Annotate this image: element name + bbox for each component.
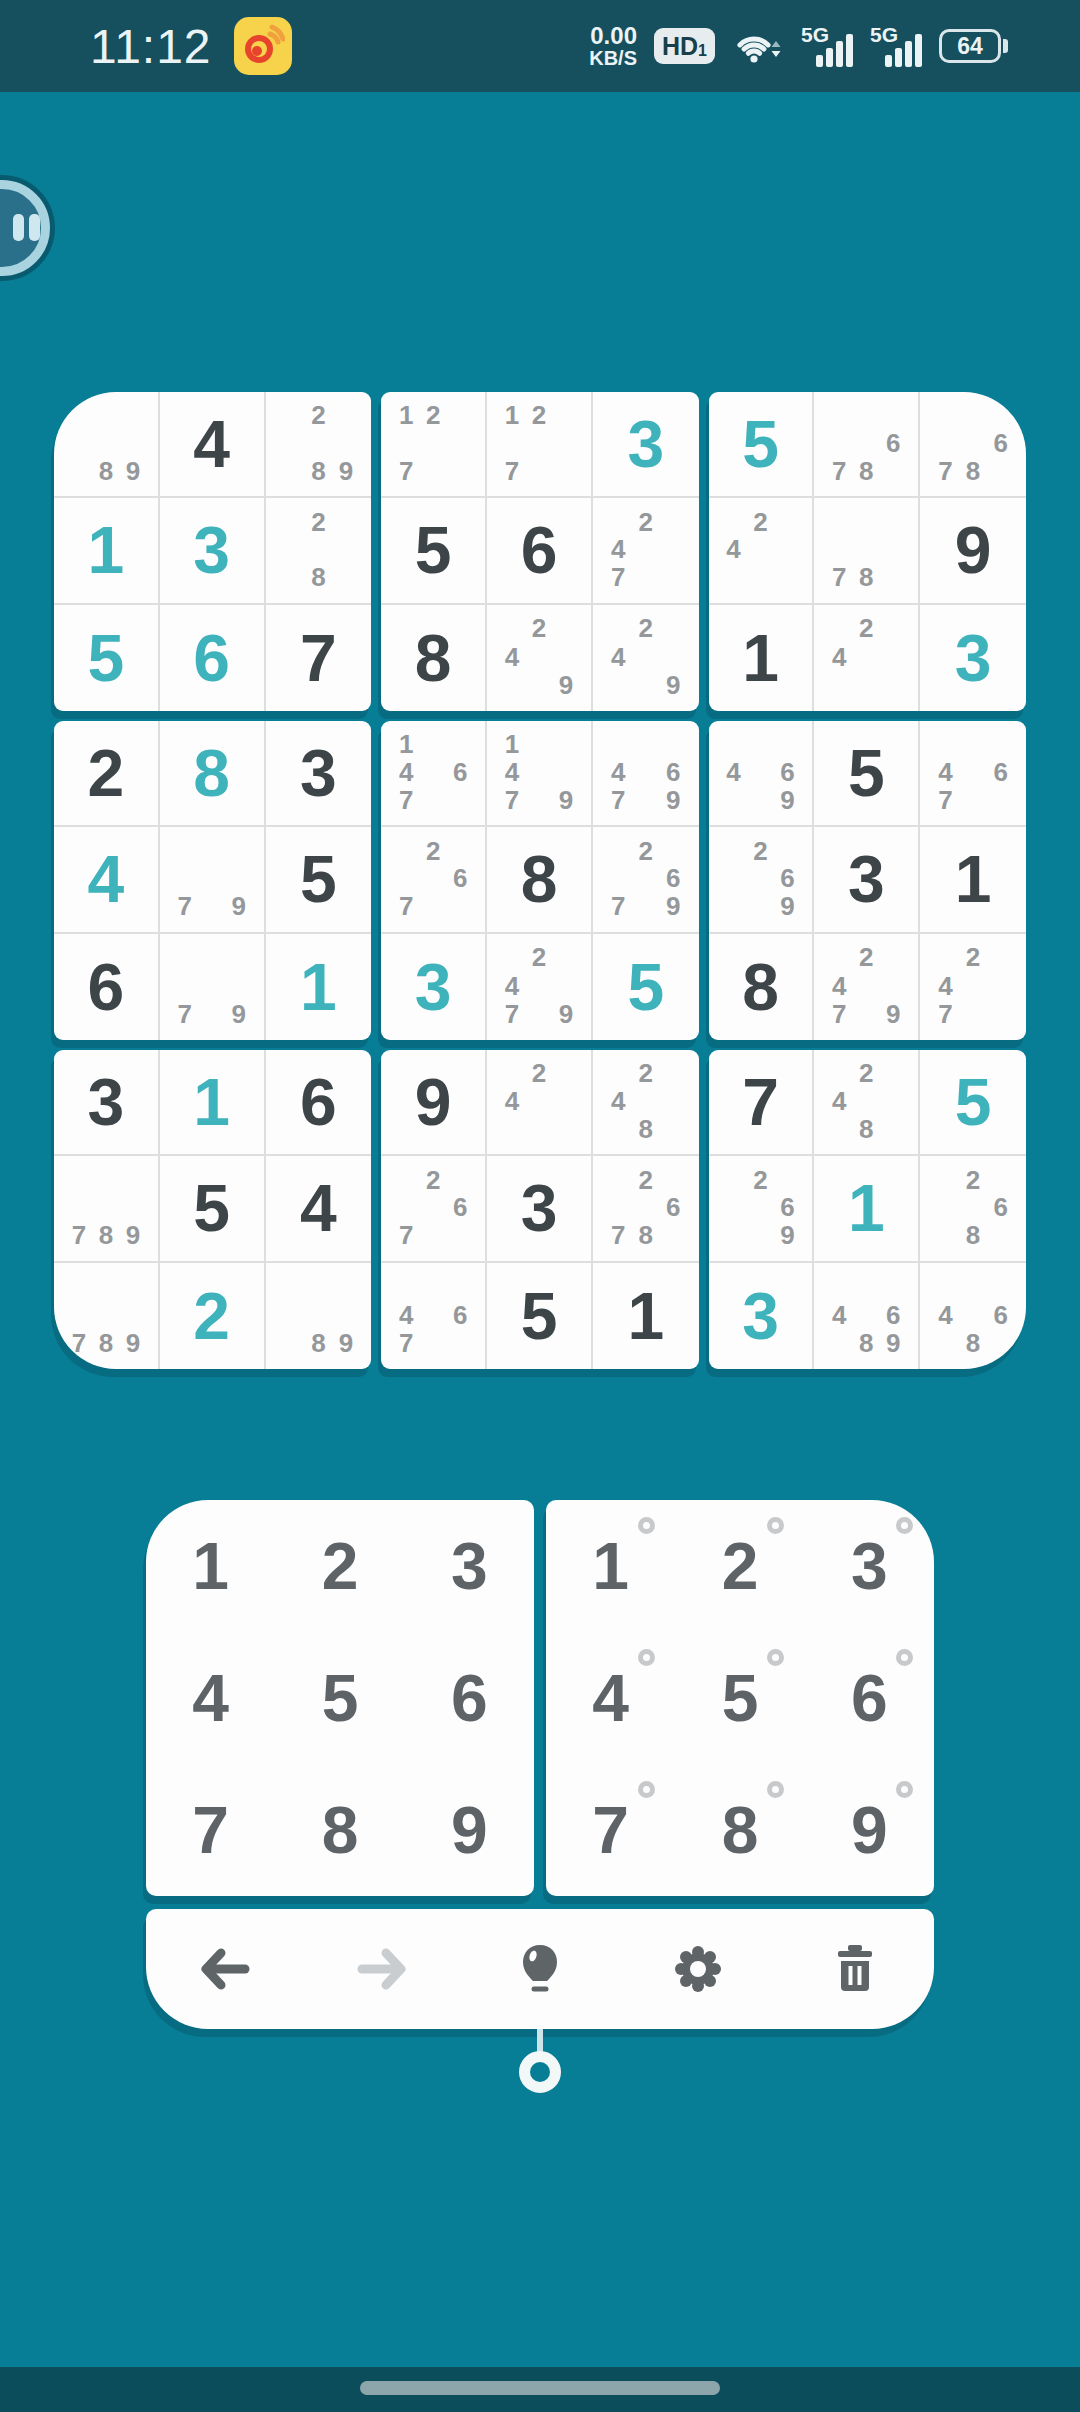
key-normal-4[interactable]: 4 <box>146 1632 275 1764</box>
pencil-mark-1: 1 <box>499 730 526 758</box>
cell-r5c0[interactable]: 6 <box>54 934 160 1040</box>
cell-r3c2[interactable]: 3 <box>266 721 372 827</box>
box-5: 46954672693182479247 <box>709 721 1026 1040</box>
pencil-mark-6: 6 <box>774 865 801 893</box>
pencil-mark-9: 9 <box>332 457 360 485</box>
pencil-marks: 267 <box>393 1166 474 1249</box>
given-digit: 7 <box>300 625 337 691</box>
user-digit: 6 <box>193 625 230 691</box>
cell-r4c2[interactable]: 5 <box>266 827 372 933</box>
hd-voice-badge: HD1 <box>654 28 715 64</box>
pencil-marks: 2679 <box>605 837 688 920</box>
box-1: 1271273562478249249 <box>381 392 698 711</box>
cell-r2c6[interactable]: 1 <box>709 605 815 711</box>
pencil-mark-9: 9 <box>119 457 146 485</box>
cell-r3c3[interactable]: 1467 <box>381 721 487 827</box>
pencil-mark-4: 4 <box>499 972 526 1000</box>
pencil-mark-7: 7 <box>499 786 526 814</box>
drag-ring-icon <box>519 2051 561 2093</box>
given-digit: 3 <box>848 846 885 912</box>
pencil-mark-4: 4 <box>826 643 853 671</box>
given-digit: 3 <box>88 1069 125 1135</box>
cell-r5c3[interactable]: 3 <box>381 934 487 1040</box>
key-normal-1[interactable]: 1 <box>146 1500 275 1632</box>
pencil-mark-4: 4 <box>499 1087 526 1115</box>
redo-button[interactable] <box>347 1934 417 2004</box>
pencil-mark-2: 2 <box>420 401 447 429</box>
pencil-marks: 79 <box>171 837 252 920</box>
pencil-marks: 2479 <box>499 943 580 1028</box>
given-digit: 8 <box>742 954 779 1020</box>
pencil-mark-8: 8 <box>92 1221 119 1249</box>
pencil-mark-9: 9 <box>660 892 688 920</box>
pencil-mark-2: 2 <box>747 1166 774 1194</box>
key-normal-2[interactable]: 2 <box>275 1500 404 1632</box>
pencil-mark-4: 4 <box>605 643 633 671</box>
pencil-mark-4: 4 <box>826 972 853 1000</box>
pencil-mark-1: 1 <box>499 401 526 429</box>
cell-r0c0[interactable]: 89 <box>54 392 160 498</box>
cell-r7c2[interactable]: 4 <box>266 1156 372 1262</box>
cell-r5c6[interactable]: 8 <box>709 934 815 1040</box>
pencil-mark-7: 7 <box>826 563 853 591</box>
cell-r2c2[interactable]: 7 <box>266 605 372 711</box>
cell-r7c5[interactable]: 2678 <box>593 1156 699 1262</box>
pencil-mark-7: 7 <box>393 786 420 814</box>
cell-r2c1[interactable]: 6 <box>160 605 266 711</box>
key-note-9[interactable]: 9 <box>805 1764 934 1896</box>
user-digit: 1 <box>88 517 125 583</box>
key-normal-6[interactable]: 6 <box>405 1632 534 1764</box>
cell-r0c7[interactable]: 678 <box>814 392 920 498</box>
pencil-mark-7: 7 <box>65 1329 92 1357</box>
pencil-mark-2: 2 <box>959 1166 987 1194</box>
given-digit: 1 <box>955 846 992 912</box>
cell-r5c1[interactable]: 79 <box>160 934 266 1040</box>
user-digit: 1 <box>193 1069 230 1135</box>
navigation-bar <box>0 2367 1080 2412</box>
pencil-mark-4: 4 <box>499 643 526 671</box>
given-digit: 7 <box>742 1069 779 1135</box>
undo-button[interactable] <box>190 1934 260 2004</box>
pencil-mark-2: 2 <box>525 614 552 642</box>
note-ring-icon <box>767 1649 784 1666</box>
pencil-mark-4: 4 <box>720 758 747 786</box>
pencil-marks: 468 <box>932 1272 1015 1357</box>
pencil-mark-2: 2 <box>853 614 880 642</box>
user-digit: 4 <box>88 846 125 912</box>
pencil-marks: 1467 <box>393 730 474 813</box>
pencil-marks: 467 <box>393 1272 474 1357</box>
pencil-mark-6: 6 <box>660 758 688 786</box>
user-digit: 3 <box>193 517 230 583</box>
cell-r4c1[interactable]: 79 <box>160 827 266 933</box>
given-digit: 5 <box>193 1175 230 1241</box>
key-normal-9[interactable]: 9 <box>405 1764 534 1896</box>
cell-r5c8[interactable]: 247 <box>920 934 1026 1040</box>
cell-r4c3[interactable]: 267 <box>381 827 487 933</box>
panel-drag-handle[interactable] <box>0 2029 1080 2099</box>
given-digit: 6 <box>88 954 125 1020</box>
user-digit: 1 <box>300 954 337 1020</box>
given-digit: 2 <box>88 740 125 806</box>
pencil-mark-2: 2 <box>420 1166 447 1194</box>
pencil-marks: 678 <box>932 401 1015 484</box>
pencil-mark-6: 6 <box>987 758 1015 786</box>
cell-r8c1[interactable]: 2 <box>160 1263 266 1369</box>
pencil-marks: 127 <box>393 401 474 484</box>
pencil-mark-6: 6 <box>987 429 1015 457</box>
cell-r8c7[interactable]: 4689 <box>814 1263 920 1369</box>
cell-r0c4[interactable]: 127 <box>487 392 593 498</box>
cell-r3c0[interactable]: 2 <box>54 721 160 827</box>
pencil-mark-2: 2 <box>525 943 552 971</box>
pencil-marks: 248 <box>826 1059 907 1142</box>
user-digit: 5 <box>955 1069 992 1135</box>
cell-r4c7[interactable]: 3 <box>814 827 920 933</box>
pencil-mark-6: 6 <box>880 429 907 457</box>
cell-r0c1[interactable]: 4 <box>160 392 266 498</box>
pencil-mark-7: 7 <box>605 1221 633 1249</box>
cell-r1c7[interactable]: 78 <box>814 498 920 604</box>
given-digit: 8 <box>415 625 452 691</box>
pencil-mark-8: 8 <box>632 1115 660 1143</box>
key-normal-8[interactable]: 8 <box>275 1764 404 1896</box>
pencil-mark-6: 6 <box>447 758 474 786</box>
pencil-mark-9: 9 <box>119 1329 146 1357</box>
cell-r8c6[interactable]: 3 <box>709 1263 815 1369</box>
pencil-mark-9: 9 <box>332 1329 360 1357</box>
pencil-mark-6: 6 <box>447 865 474 893</box>
pencil-mark-8: 8 <box>853 1115 880 1143</box>
pencil-mark-1: 1 <box>393 401 420 429</box>
cell-r8c8[interactable]: 468 <box>920 1263 1026 1369</box>
note-ring-icon <box>638 1517 655 1534</box>
given-digit: 5 <box>521 1283 558 1349</box>
cell-r0c3[interactable]: 127 <box>381 392 487 498</box>
pencil-mark-7: 7 <box>393 892 420 920</box>
pencil-mark-2: 2 <box>525 401 552 429</box>
given-digit: 1 <box>742 625 779 691</box>
cell-r0c5[interactable]: 3 <box>593 392 699 498</box>
pencil-marks: 78 <box>826 508 907 591</box>
pencil-mark-6: 6 <box>774 1194 801 1222</box>
cell-r6c0[interactable]: 3 <box>54 1050 160 1156</box>
cell-r3c5[interactable]: 4679 <box>593 721 699 827</box>
cell-r8c4[interactable]: 5 <box>487 1263 593 1369</box>
floating-pause-button[interactable] <box>0 180 50 276</box>
pencil-marks: 678 <box>826 401 907 484</box>
user-digit: 8 <box>193 740 230 806</box>
sim1-signal-icon: 5G <box>801 23 853 69</box>
box-4: 14671479467926782679324795 <box>381 721 698 1040</box>
given-digit: 1 <box>627 1283 664 1349</box>
cell-r1c4[interactable]: 6 <box>487 498 593 604</box>
pencil-mark-9: 9 <box>552 1000 579 1028</box>
cell-r5c7[interactable]: 2479 <box>814 934 920 1040</box>
note-ring-icon <box>896 1649 913 1666</box>
pencil-mark-2: 2 <box>632 614 660 642</box>
pencil-mark-2: 2 <box>305 508 333 536</box>
cell-r5c4[interactable]: 2479 <box>487 934 593 1040</box>
pencil-mark-4: 4 <box>393 1301 420 1329</box>
key-note-5[interactable]: 5 <box>675 1632 804 1764</box>
pencil-mark-8: 8 <box>853 457 880 485</box>
pencil-mark-7: 7 <box>932 786 960 814</box>
battery-icon: 64 <box>939 29 1008 63</box>
undo-arrow-icon <box>199 1945 251 1993</box>
cell-r6c2[interactable]: 6 <box>266 1050 372 1156</box>
key-note-3[interactable]: 3 <box>805 1500 934 1632</box>
pencil-mark-9: 9 <box>880 1000 907 1028</box>
cell-r4c5[interactable]: 2679 <box>593 827 699 933</box>
key-note-4[interactable]: 4 <box>546 1632 675 1764</box>
pencil-mark-9: 9 <box>119 1221 146 1249</box>
pencil-marks: 24 <box>720 508 801 591</box>
pencil-mark-2: 2 <box>305 401 333 429</box>
cell-r8c5[interactable]: 1 <box>593 1263 699 1369</box>
pencil-mark-8: 8 <box>853 1329 880 1357</box>
pencil-mark-6: 6 <box>880 1301 907 1329</box>
key-normal-3[interactable]: 3 <box>405 1500 534 1632</box>
cell-r2c3[interactable]: 8 <box>381 605 487 711</box>
pencil-marks: 24 <box>499 1059 580 1142</box>
pencil-mark-7: 7 <box>932 1000 960 1028</box>
cell-r1c8[interactable]: 9 <box>920 498 1026 604</box>
cell-r8c2[interactable]: 89 <box>266 1263 372 1369</box>
cell-r3c7[interactable]: 5 <box>814 721 920 827</box>
pencil-mark-4: 4 <box>826 1301 853 1329</box>
pencil-mark-7: 7 <box>65 1221 92 1249</box>
pencil-marks: 248 <box>605 1059 688 1142</box>
pencil-mark-8: 8 <box>92 457 119 485</box>
wifi-icon <box>732 23 784 69</box>
given-digit: 4 <box>300 1175 337 1241</box>
cell-r6c4[interactable]: 24 <box>487 1050 593 1156</box>
key-note-7[interactable]: 7 <box>546 1764 675 1896</box>
given-digit: 3 <box>521 1175 558 1241</box>
pencil-marks: 268 <box>932 1166 1015 1249</box>
pencil-mark-9: 9 <box>225 1000 252 1028</box>
cell-r3c4[interactable]: 1479 <box>487 721 593 827</box>
trash-icon <box>832 1943 878 1995</box>
user-digit: 3 <box>742 1283 779 1349</box>
pencil-mark-4: 4 <box>605 758 633 786</box>
pencil-mark-9: 9 <box>774 892 801 920</box>
box-2: 5678678247891243 <box>709 392 1026 711</box>
cell-r7c3[interactable]: 267 <box>381 1156 487 1262</box>
weibo-eye-icon <box>241 24 285 68</box>
cell-r2c5[interactable]: 249 <box>593 605 699 711</box>
pencil-mark-7: 7 <box>826 1000 853 1028</box>
pencil-mark-8: 8 <box>305 563 333 591</box>
status-bar: 11:12 0.00 KB/S HD1 5G 5G <box>0 0 1080 92</box>
pencil-marks: 89 <box>277 1272 360 1357</box>
box-8: 72485269126834689468 <box>709 1050 1026 1369</box>
pencil-mark-4: 4 <box>826 1087 853 1115</box>
pencil-mark-7: 7 <box>826 457 853 485</box>
cell-r6c8[interactable]: 5 <box>920 1050 1026 1156</box>
cell-r4c4[interactable]: 8 <box>487 827 593 933</box>
pencil-mark-4: 4 <box>932 758 960 786</box>
given-digit: 5 <box>415 517 452 583</box>
pencil-mark-2: 2 <box>853 1059 880 1087</box>
pencil-mark-8: 8 <box>92 1329 119 1357</box>
pencil-mark-7: 7 <box>499 457 526 485</box>
pencil-mark-9: 9 <box>774 1221 801 1249</box>
cell-r3c8[interactable]: 467 <box>920 721 1026 827</box>
cell-r4c0[interactable]: 4 <box>54 827 160 933</box>
pencil-mark-8: 8 <box>959 1221 987 1249</box>
pencil-mark-8: 8 <box>305 1329 333 1357</box>
pencil-mark-2: 2 <box>632 508 660 536</box>
box-3: 28347956791 <box>54 721 371 1040</box>
cell-r1c5[interactable]: 247 <box>593 498 699 604</box>
pencil-mark-7: 7 <box>499 1000 526 1028</box>
clock: 11:12 <box>90 19 212 74</box>
key-note-8[interactable]: 8 <box>675 1764 804 1896</box>
cell-r1c2[interactable]: 28 <box>266 498 372 604</box>
cell-r6c3[interactable]: 9 <box>381 1050 487 1156</box>
cell-r2c0[interactable]: 5 <box>54 605 160 711</box>
note-ring-icon <box>638 1649 655 1666</box>
pencil-marks: 127 <box>499 401 580 484</box>
pencil-marks: 249 <box>605 614 688 699</box>
pause-icon <box>29 214 40 241</box>
cell-r7c1[interactable]: 5 <box>160 1156 266 1262</box>
pencil-mark-4: 4 <box>393 758 420 786</box>
pause-icon <box>13 214 24 241</box>
pencil-marks: 247 <box>932 943 1015 1028</box>
key-normal-5[interactable]: 5 <box>275 1632 404 1764</box>
delete-button[interactable] <box>820 1934 890 2004</box>
cell-r3c6[interactable]: 469 <box>709 721 815 827</box>
pencil-mark-2: 2 <box>525 1059 552 1087</box>
pencil-mark-9: 9 <box>880 1329 907 1357</box>
hint-button[interactable] <box>505 1934 575 2004</box>
cell-r2c8[interactable]: 3 <box>920 605 1026 711</box>
settings-button[interactable] <box>663 1934 733 2004</box>
sudoku-board: 8942891328567127127356247824924956786782… <box>54 392 1026 1369</box>
pencil-mark-8: 8 <box>632 1221 660 1249</box>
cell-r3c1[interactable]: 8 <box>160 721 266 827</box>
user-digit: 1 <box>848 1175 885 1241</box>
cell-r8c0[interactable]: 789 <box>54 1263 160 1369</box>
cell-r2c7[interactable]: 24 <box>814 605 920 711</box>
network-speed: 0.00 KB/S <box>589 24 637 69</box>
cell-r6c7[interactable]: 248 <box>814 1050 920 1156</box>
pencil-mark-1: 1 <box>393 730 420 758</box>
pencil-mark-4: 4 <box>605 536 633 564</box>
cell-r4c6[interactable]: 269 <box>709 827 815 933</box>
key-note-1[interactable]: 1 <box>546 1500 675 1632</box>
pencil-mark-7: 7 <box>605 563 633 591</box>
sim2-signal-icon: 5G <box>870 23 922 69</box>
pencil-mark-9: 9 <box>225 892 252 920</box>
given-digit: 6 <box>300 1069 337 1135</box>
pencil-mark-7: 7 <box>605 892 633 920</box>
pencil-mark-7: 7 <box>605 786 633 814</box>
pencil-mark-7: 7 <box>932 457 960 485</box>
pencil-mark-4: 4 <box>720 536 747 564</box>
box-0: 8942891328567 <box>54 392 371 711</box>
cell-r6c5[interactable]: 248 <box>593 1050 699 1156</box>
cell-r1c0[interactable]: 1 <box>54 498 160 604</box>
pencil-mark-8: 8 <box>305 457 333 485</box>
cell-r1c6[interactable]: 24 <box>709 498 815 604</box>
cell-r1c3[interactable]: 5 <box>381 498 487 604</box>
note-ring-icon <box>767 1517 784 1534</box>
key-note-2[interactable]: 2 <box>675 1500 804 1632</box>
pencil-mark-9: 9 <box>774 786 801 814</box>
cell-r7c7[interactable]: 1 <box>814 1156 920 1262</box>
pencil-mark-7: 7 <box>171 892 198 920</box>
user-digit: 5 <box>627 954 664 1020</box>
user-digit: 5 <box>88 625 125 691</box>
cell-r0c6[interactable]: 5 <box>709 392 815 498</box>
pencil-marks: 469 <box>720 730 801 813</box>
box-6: 31678954789289 <box>54 1050 371 1369</box>
key-normal-7[interactable]: 7 <box>146 1764 275 1896</box>
cell-r8c3[interactable]: 467 <box>381 1263 487 1369</box>
user-digit: 2 <box>193 1283 230 1349</box>
lightbulb-icon <box>516 1943 564 1995</box>
pencil-mark-8: 8 <box>959 457 987 485</box>
pencil-mark-2: 2 <box>959 943 987 971</box>
cell-r7c6[interactable]: 269 <box>709 1156 815 1262</box>
cell-r6c6[interactable]: 7 <box>709 1050 815 1156</box>
cell-r7c8[interactable]: 268 <box>920 1156 1026 1262</box>
pencil-mark-2: 2 <box>420 837 447 865</box>
note-ring-icon <box>767 1781 784 1798</box>
cell-r7c4[interactable]: 3 <box>487 1156 593 1262</box>
key-note-6[interactable]: 6 <box>805 1632 934 1764</box>
cell-r5c5[interactable]: 5 <box>593 934 699 1040</box>
pencil-mark-7: 7 <box>393 1221 420 1249</box>
given-digit: 9 <box>415 1069 452 1135</box>
cell-r0c2[interactable]: 289 <box>266 392 372 498</box>
note-ring-icon <box>896 1517 913 1534</box>
cell-r0c8[interactable]: 678 <box>920 392 1026 498</box>
cell-r1c1[interactable]: 3 <box>160 498 266 604</box>
pencil-mark-2: 2 <box>747 837 774 865</box>
pencil-mark-4: 4 <box>499 758 526 786</box>
cell-r2c4[interactable]: 249 <box>487 605 593 711</box>
pencil-marks: 2479 <box>826 943 907 1028</box>
pencil-mark-9: 9 <box>660 671 688 699</box>
pencil-marks: 4679 <box>605 730 688 813</box>
pencil-marks: 249 <box>499 614 580 699</box>
home-gesture-bar[interactable] <box>360 2381 720 2395</box>
given-digit: 3 <box>300 740 337 806</box>
pencil-mark-4: 4 <box>932 1301 960 1329</box>
user-digit: 3 <box>627 411 664 477</box>
keypad-normal: 123456789 <box>146 1500 534 1896</box>
cell-r5c2[interactable]: 1 <box>266 934 372 1040</box>
pencil-marks: 2678 <box>605 1166 688 1249</box>
cell-r6c1[interactable]: 1 <box>160 1050 266 1156</box>
cell-r7c0[interactable]: 789 <box>54 1156 160 1262</box>
note-ring-icon <box>638 1781 655 1798</box>
pencil-mark-7: 7 <box>171 1000 198 1028</box>
pencil-mark-6: 6 <box>987 1301 1015 1329</box>
pencil-marks: 789 <box>65 1272 146 1357</box>
user-digit: 5 <box>742 411 779 477</box>
given-digit: 5 <box>848 740 885 806</box>
cell-r4c8[interactable]: 1 <box>920 827 1026 933</box>
pencil-mark-6: 6 <box>447 1194 474 1222</box>
pencil-mark-8: 8 <box>853 563 880 591</box>
